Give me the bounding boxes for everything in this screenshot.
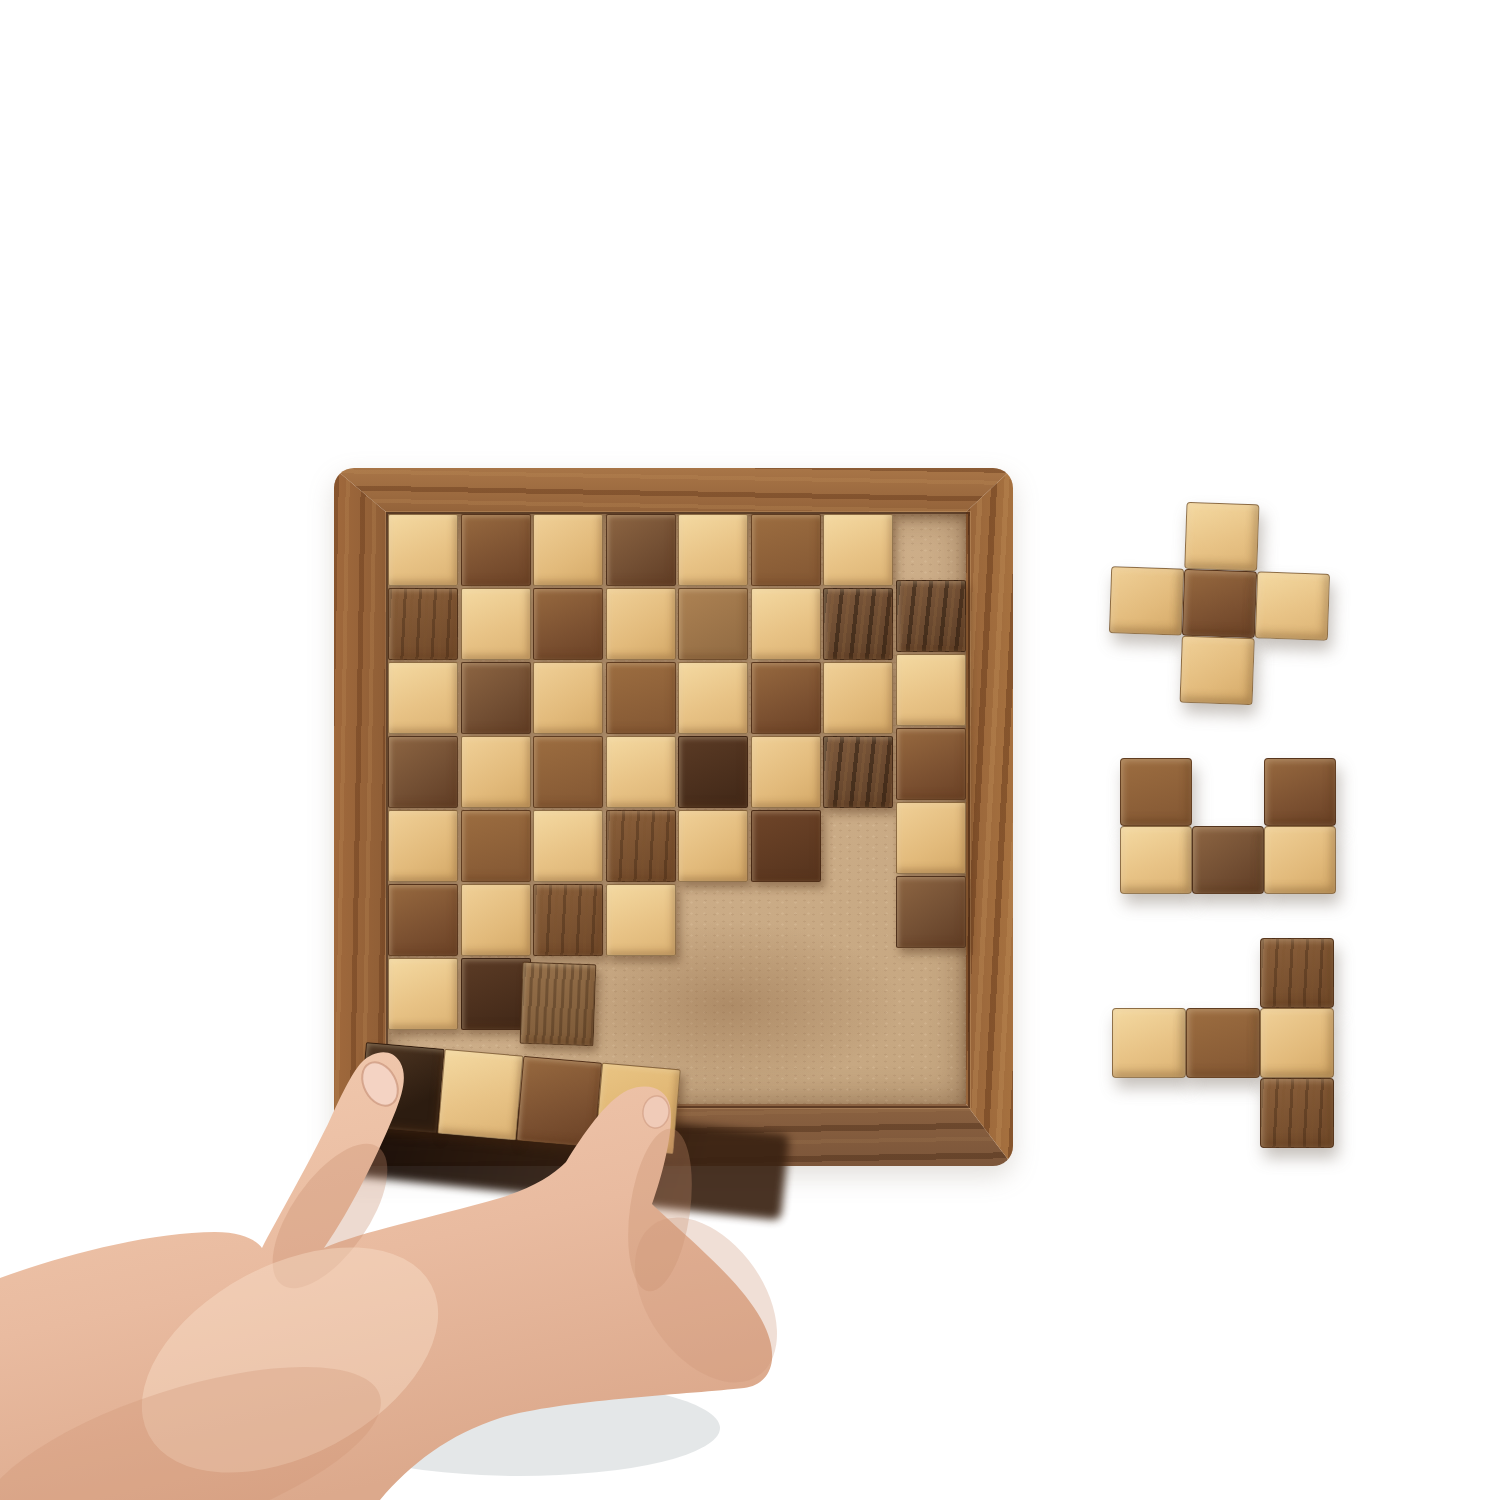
grid-cell	[386, 808, 459, 882]
grid-cell	[386, 586, 459, 660]
grid-cell	[604, 956, 677, 1030]
t-pentomino-piece[interactable]	[1112, 938, 1334, 1148]
block-cube[interactable]	[823, 514, 893, 586]
tray-frame-top	[334, 468, 1013, 512]
block-cube[interactable]	[606, 662, 676, 734]
block-cube[interactable]	[388, 884, 458, 956]
grid-cell	[749, 734, 822, 808]
block-cube[interactable]	[461, 810, 531, 882]
block-cube[interactable]	[896, 728, 966, 800]
block-cube[interactable]	[606, 588, 676, 660]
grid-cell	[749, 882, 822, 956]
grid-cell	[386, 734, 459, 808]
block-cube[interactable]	[751, 514, 821, 586]
grid-cell	[821, 882, 894, 956]
block-cube[interactable]	[751, 736, 821, 808]
block-cube[interactable]	[461, 884, 531, 956]
grid-cell	[531, 882, 604, 956]
grid-cell	[386, 882, 459, 956]
grid-cell	[459, 734, 532, 808]
grid-cell	[749, 808, 822, 882]
block-cube[interactable]	[606, 736, 676, 808]
block-cube[interactable]	[606, 884, 676, 956]
block-cube[interactable]	[1264, 826, 1336, 894]
grid-cell	[604, 660, 677, 734]
block-cube[interactable]	[1120, 826, 1192, 894]
grid-cell	[386, 956, 459, 1030]
grid-cell	[386, 660, 459, 734]
block-cube[interactable]	[533, 514, 603, 586]
grid-cell	[821, 512, 894, 586]
grid-cell	[894, 956, 967, 1030]
grid-cell	[531, 660, 604, 734]
block-cube[interactable]	[533, 810, 603, 882]
grid-cell	[894, 512, 967, 586]
block-cube[interactable]	[678, 514, 748, 586]
block-cube[interactable]	[606, 810, 676, 882]
grid-cell	[676, 512, 749, 586]
grid-cell	[459, 660, 532, 734]
block-cube[interactable]	[678, 662, 748, 734]
block-cube[interactable]	[823, 588, 893, 660]
tray-grid	[386, 512, 966, 1104]
grid-cell	[821, 586, 894, 660]
block-cube[interactable]	[388, 662, 458, 734]
piece-right-column[interactable]	[894, 578, 968, 950]
grid-cell	[749, 660, 822, 734]
block-cube[interactable]	[751, 810, 821, 882]
grid-cell	[386, 512, 459, 586]
u-pentomino-piece[interactable]	[1120, 758, 1336, 962]
grid-cell	[676, 660, 749, 734]
block-cube[interactable]	[751, 588, 821, 660]
grid-cell	[531, 734, 604, 808]
block-cube[interactable]	[1109, 566, 1184, 636]
block-cube[interactable]	[678, 588, 748, 660]
block-cube[interactable]	[461, 514, 531, 586]
grid-cell	[821, 734, 894, 808]
block-cube[interactable]	[896, 580, 966, 652]
block-cube[interactable]	[1112, 1008, 1186, 1078]
block-cube[interactable]	[1192, 826, 1264, 894]
scene	[0, 0, 1500, 1500]
grid-cell	[604, 512, 677, 586]
grid-cell	[531, 808, 604, 882]
grid-cell	[749, 586, 822, 660]
grid-cell	[821, 660, 894, 734]
grid-cell	[894, 1030, 967, 1104]
block-cube[interactable]	[896, 654, 966, 726]
grid-cell	[676, 734, 749, 808]
grid-cell	[821, 956, 894, 1030]
block-cube[interactable]	[1120, 758, 1192, 826]
grid-cell	[604, 882, 677, 956]
block-cube[interactable]	[533, 884, 603, 956]
block-cube[interactable]	[678, 810, 748, 882]
block-cube[interactable]	[1182, 569, 1257, 639]
block-cube[interactable]	[1260, 938, 1334, 1008]
block-cube[interactable]	[388, 810, 458, 882]
block-cube[interactable]	[533, 662, 603, 734]
grid-cell	[531, 586, 604, 660]
block-cube[interactable]	[1184, 502, 1259, 572]
grid-cell	[821, 808, 894, 882]
grid-cell	[459, 512, 532, 586]
block-cube[interactable]	[678, 736, 748, 808]
grid-cell	[676, 586, 749, 660]
block-cube[interactable]	[1255, 571, 1330, 641]
block-cube[interactable]	[461, 662, 531, 734]
block-cube[interactable]	[388, 588, 458, 660]
block-cube[interactable]	[823, 736, 893, 808]
grid-cell	[459, 586, 532, 660]
hand	[0, 1020, 900, 1500]
block-cube[interactable]	[896, 876, 966, 948]
plus-pentomino-piece[interactable]	[1107, 499, 1333, 708]
block-cube[interactable]	[533, 588, 603, 660]
block-cube[interactable]	[533, 736, 603, 808]
block-cube[interactable]	[751, 662, 821, 734]
grid-cell	[459, 882, 532, 956]
grid-cell	[676, 956, 749, 1030]
block-cube[interactable]	[461, 588, 531, 660]
block-cube[interactable]	[1260, 1008, 1334, 1078]
block-cube[interactable]	[388, 736, 458, 808]
block-cube[interactable]	[823, 662, 893, 734]
grid-cell	[459, 808, 532, 882]
block-cube[interactable]	[388, 514, 458, 586]
grid-cell	[531, 512, 604, 586]
block-cube[interactable]	[896, 802, 966, 874]
block-cube[interactable]	[1180, 636, 1255, 706]
block-cube[interactable]	[461, 736, 531, 808]
grid-cell	[604, 586, 677, 660]
grid-cell	[676, 808, 749, 882]
block-cube[interactable]	[606, 514, 676, 586]
block-cube[interactable]	[1260, 1078, 1334, 1148]
grid-cell	[676, 882, 749, 956]
grid-cell	[604, 734, 677, 808]
grid-cell	[604, 808, 677, 882]
grid-cell	[749, 956, 822, 1030]
block-cube[interactable]	[1264, 758, 1336, 826]
tray-frame-right	[966, 468, 1013, 1166]
grid-cell	[749, 512, 822, 586]
block-cube[interactable]	[1186, 1008, 1260, 1078]
